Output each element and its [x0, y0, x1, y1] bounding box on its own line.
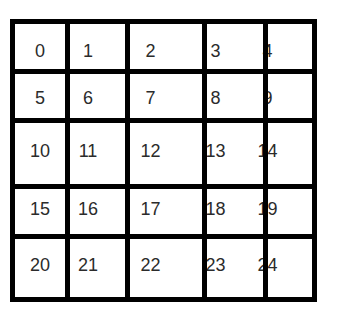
cell-r2c2[interactable]: 6 [65, 69, 125, 118]
cell-number: 11 [79, 142, 98, 160]
cell-r4c1[interactable]: 15 [15, 184, 65, 234]
grid-line-vertical-2 [125, 19, 130, 302]
cell-number: 2 [145, 42, 155, 60]
cell-r1c1[interactable]: 0 [15, 24, 65, 69]
cell-number: 17 [140, 200, 160, 218]
cell-r5c1[interactable]: 20 [15, 234, 65, 297]
cell-number: 0 [35, 42, 45, 60]
cell-r3c4[interactable]: 13 [202, 118, 263, 184]
cell-number: 7 [145, 89, 155, 107]
grid-board: 0 1 2 3 4 5 6 7 8 9 10 11 12 13 14 15 16… [10, 19, 317, 302]
cell-number: 10 [30, 142, 50, 160]
cell-number: 21 [78, 256, 98, 274]
cell-r1c5[interactable]: 4 [263, 24, 312, 69]
cell-r2c4[interactable]: 8 [202, 69, 263, 118]
cell-r3c2[interactable]: 11 [65, 118, 125, 184]
cell-r3c1[interactable]: 10 [15, 118, 65, 184]
cell-r5c3[interactable]: 22 [125, 234, 202, 297]
cell-number: 5 [35, 89, 45, 107]
cell-r3c3[interactable]: 12 [125, 118, 202, 184]
cell-number: 13 [205, 142, 225, 160]
cell-r4c3[interactable]: 17 [125, 184, 202, 234]
cell-r5c5[interactable]: 24 [263, 234, 312, 297]
page-background: 0 1 2 3 4 5 6 7 8 9 10 11 12 13 14 15 16… [0, 0, 339, 317]
cell-number: 18 [205, 200, 225, 218]
cell-r2c1[interactable]: 5 [15, 69, 65, 118]
grid-line-horizontal-4 [10, 234, 317, 239]
cell-r1c2[interactable]: 1 [65, 24, 125, 69]
grid-line-horizontal-1 [10, 69, 317, 74]
cell-number: 23 [205, 256, 225, 274]
grid-line-vertical-4 [263, 19, 268, 302]
cell-number: 16 [78, 200, 98, 218]
cell-r5c4[interactable]: 23 [202, 234, 263, 297]
cell-number: 1 [83, 42, 93, 60]
grid-line-horizontal-3 [10, 184, 317, 189]
cell-number: 3 [210, 42, 220, 60]
cell-r2c3[interactable]: 7 [125, 69, 202, 118]
grid-line-vertical-1 [65, 19, 70, 302]
grid-line-vertical-3 [202, 19, 207, 302]
cell-r3c5[interactable]: 14 [263, 118, 312, 184]
cell-r1c4[interactable]: 3 [202, 24, 263, 69]
cell-number: 15 [30, 200, 50, 218]
cell-number: 6 [83, 89, 93, 107]
cell-r1c3[interactable]: 2 [125, 24, 202, 69]
grid-line-horizontal-2 [10, 118, 317, 123]
cell-number: 22 [140, 256, 160, 274]
cell-r5c2[interactable]: 21 [65, 234, 125, 297]
cell-r4c5[interactable]: 19 [263, 184, 312, 234]
cell-number: 12 [140, 142, 160, 160]
cell-number: 20 [30, 256, 50, 274]
cell-r4c4[interactable]: 18 [202, 184, 263, 234]
cell-number: 8 [210, 89, 220, 107]
cell-r2c5[interactable]: 9 [263, 69, 312, 118]
cell-r4c2[interactable]: 16 [65, 184, 125, 234]
